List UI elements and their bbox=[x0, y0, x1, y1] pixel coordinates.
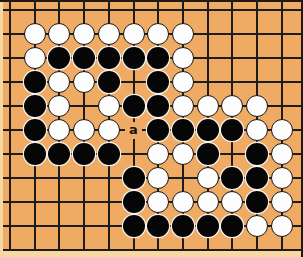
white-stone bbox=[98, 95, 120, 117]
black-stone bbox=[73, 143, 95, 165]
black-stone bbox=[98, 47, 120, 69]
black-stone bbox=[246, 143, 268, 165]
black-stone bbox=[123, 191, 145, 213]
white-stone bbox=[73, 23, 95, 45]
white-stone bbox=[246, 119, 268, 141]
white-stone bbox=[246, 215, 268, 237]
grid-line-horizontal bbox=[3, 249, 301, 251]
grid-line-vertical bbox=[9, 0, 11, 251]
black-stone bbox=[246, 191, 268, 213]
white-stone bbox=[271, 143, 293, 165]
white-stone bbox=[73, 71, 95, 93]
white-stone bbox=[197, 95, 219, 117]
white-stone bbox=[271, 215, 293, 237]
white-stone bbox=[172, 23, 194, 45]
white-stone bbox=[197, 167, 219, 189]
white-stone bbox=[172, 191, 194, 213]
black-stone bbox=[24, 71, 46, 93]
white-stone bbox=[172, 143, 194, 165]
white-stone bbox=[271, 119, 293, 141]
white-stone bbox=[271, 191, 293, 213]
white-stone bbox=[172, 47, 194, 69]
grid-line-horizontal bbox=[3, 9, 301, 11]
black-stone bbox=[172, 119, 194, 141]
black-stone bbox=[172, 215, 194, 237]
black-stone bbox=[197, 215, 219, 237]
black-stone bbox=[24, 95, 46, 117]
point-label-a: a bbox=[125, 122, 142, 139]
white-stone bbox=[98, 23, 120, 45]
white-stone bbox=[172, 95, 194, 117]
white-stone bbox=[98, 119, 120, 141]
white-stone bbox=[73, 119, 95, 141]
black-stone bbox=[123, 215, 145, 237]
black-stone bbox=[73, 47, 95, 69]
go-diagram: a bbox=[0, 0, 303, 257]
right-border bbox=[301, 0, 303, 257]
black-stone bbox=[197, 119, 219, 141]
white-stone bbox=[123, 23, 145, 45]
black-stone bbox=[24, 143, 46, 165]
black-stone bbox=[123, 47, 145, 69]
black-stone bbox=[123, 167, 145, 189]
white-stone bbox=[24, 47, 46, 69]
black-stone bbox=[246, 167, 268, 189]
black-stone bbox=[98, 71, 120, 93]
white-stone bbox=[271, 167, 293, 189]
black-stone bbox=[98, 143, 120, 165]
black-stone bbox=[197, 143, 219, 165]
white-stone bbox=[197, 191, 219, 213]
white-stone bbox=[172, 71, 194, 93]
black-stone bbox=[24, 119, 46, 141]
white-stone bbox=[246, 95, 268, 117]
white-stone bbox=[24, 23, 46, 45]
black-stone bbox=[123, 95, 145, 117]
